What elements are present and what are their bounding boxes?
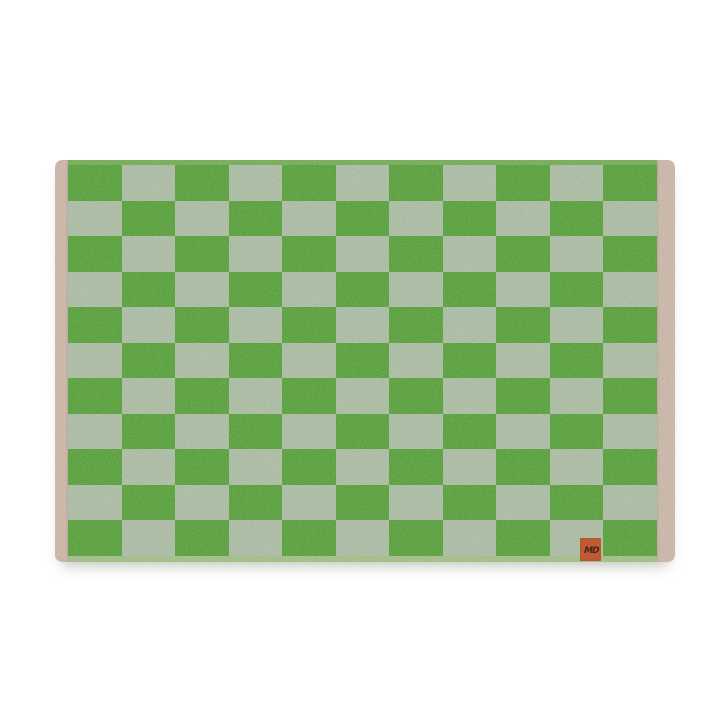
board-cell-sage [122,520,176,556]
board-cell-green [68,165,122,201]
board-cell-sage [336,307,390,343]
board-cell-sage [389,272,443,308]
board-cell-sage [68,485,122,521]
board-cell-green [496,236,550,272]
board-cell-sage [550,307,604,343]
board-cell-sage [122,449,176,485]
board-cell-sage [175,485,229,521]
board-cell-sage [496,272,550,308]
brand-tag: MD [580,538,601,561]
board-cell-green [389,520,443,556]
board-cell-green [122,272,176,308]
board-cell-green [496,449,550,485]
board-cell-green [603,520,657,556]
product-photo-scene: MD [0,0,720,720]
board-cell-green [282,307,336,343]
board-cell-sage [122,165,176,201]
board-cell-green [122,414,176,450]
board-cell-green [282,165,336,201]
board-cell-sage [229,449,283,485]
board-cell-green [443,485,497,521]
board-cell-sage [282,343,336,379]
board-cell-green [603,449,657,485]
board-cell-sage [122,236,176,272]
board-cell-sage [229,236,283,272]
board-cell-green [496,165,550,201]
board-cell-green [282,378,336,414]
checker-grid [68,165,657,556]
board-cell-sage [282,485,336,521]
board-cell-green [175,165,229,201]
board-cell-sage [603,201,657,237]
board-cell-sage [603,485,657,521]
board-cell-sage [282,201,336,237]
board-cell-green [496,307,550,343]
board-cell-sage [336,165,390,201]
board-cell-sage [550,236,604,272]
board-cell-green [175,236,229,272]
board-cell-green [282,520,336,556]
board-cell-green [443,201,497,237]
board-cell-green [175,378,229,414]
board-cell-sage [443,378,497,414]
board-cell-green [68,378,122,414]
board-cell-sage [550,378,604,414]
board-cell-sage [496,485,550,521]
board-cell-green [389,378,443,414]
board-cell-green [550,414,604,450]
board-cell-sage [175,201,229,237]
board-cell-green [229,414,283,450]
board-cell-green [282,449,336,485]
board-cell-sage [389,414,443,450]
towel-bottom-fold-edge [68,556,657,562]
board-cell-green [603,165,657,201]
board-cell-green [68,236,122,272]
board-cell-green [389,449,443,485]
board-cell-green [550,272,604,308]
board-cell-sage [175,414,229,450]
board-cell-green [122,343,176,379]
board-cell-sage [496,343,550,379]
board-cell-sage [336,378,390,414]
board-cell-green [175,449,229,485]
checker-area [68,160,657,562]
board-cell-green [389,236,443,272]
board-cell-green [229,343,283,379]
board-cell-sage [336,449,390,485]
board-cell-green [496,378,550,414]
board-cell-green [68,449,122,485]
board-cell-sage [496,414,550,450]
board-cell-sage [229,520,283,556]
board-cell-sage [443,307,497,343]
board-cell-sage [550,449,604,485]
brand-monogram-text: MD [583,545,597,555]
board-cell-green [175,307,229,343]
board-cell-sage [389,343,443,379]
board-cell-sage [68,201,122,237]
board-cell-green [603,307,657,343]
board-cell-green [68,520,122,556]
board-cell-sage [122,378,176,414]
board-cell-sage [443,449,497,485]
board-cell-green [229,485,283,521]
board-cell-sage [175,343,229,379]
board-cell-green [282,236,336,272]
towel-left-beige-band [55,160,68,562]
board-cell-sage [496,201,550,237]
board-cell-sage [550,165,604,201]
board-cell-sage [229,378,283,414]
board-cell-green [603,236,657,272]
board-cell-sage [389,201,443,237]
board-cell-green [443,343,497,379]
board-cell-green [229,201,283,237]
board-cell-sage [443,165,497,201]
board-cell-green [336,343,390,379]
towel-right-beige-band [657,160,675,562]
board-cell-green [336,272,390,308]
board-cell-sage [443,520,497,556]
board-cell-green [68,307,122,343]
board-cell-sage [229,165,283,201]
board-cell-sage [282,414,336,450]
board-cell-green [336,414,390,450]
board-cell-sage [282,272,336,308]
board-cell-sage [603,414,657,450]
board-cell-sage [336,236,390,272]
board-cell-green [443,414,497,450]
board-cell-green [603,378,657,414]
board-cell-green [336,201,390,237]
board-cell-sage [603,272,657,308]
board-cell-sage [389,485,443,521]
board-cell-green [550,485,604,521]
board-cell-green [336,485,390,521]
board-cell-green [122,485,176,521]
board-cell-green [122,201,176,237]
board-cell-green [229,272,283,308]
board-cell-sage [603,343,657,379]
board-cell-green [496,520,550,556]
board-cell-sage [68,343,122,379]
board-cell-sage [175,272,229,308]
board-cell-sage [336,520,390,556]
board-cell-green [550,201,604,237]
board-cell-sage [443,236,497,272]
board-cell-sage [68,414,122,450]
board-cell-green [389,165,443,201]
board-cell-green [389,307,443,343]
board-cell-sage [229,307,283,343]
checkered-towel: MD [55,160,675,562]
board-cell-green [443,272,497,308]
board-cell-green [550,343,604,379]
board-cell-sage [68,272,122,308]
board-cell-green [175,520,229,556]
board-cell-sage [122,307,176,343]
